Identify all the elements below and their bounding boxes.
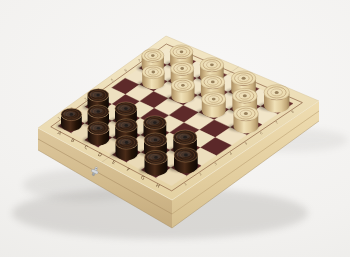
piece-gloss	[203, 78, 217, 84]
piece-gloss	[204, 95, 218, 101]
piece-gloss	[90, 125, 103, 130]
piece-gloss	[117, 105, 130, 111]
piece-gloss	[236, 110, 251, 116]
piece-gloss	[146, 136, 160, 142]
piece-gloss	[90, 108, 103, 113]
piece-gloss	[118, 122, 131, 128]
piece-gloss	[267, 88, 282, 94]
piece-gloss	[176, 151, 190, 157]
photo-stage: A11B22C33D44E55F66G77H88	[0, 0, 350, 257]
piece-gloss	[234, 74, 249, 80]
checkers-board-photo: A11B22C33D44E55F66G77H88	[0, 0, 350, 257]
piece-gloss	[118, 139, 131, 145]
piece-gloss	[90, 92, 103, 97]
piece-gloss	[144, 69, 157, 75]
piece-gloss	[144, 52, 157, 58]
piece-gloss	[172, 48, 186, 54]
piece-gloss	[173, 65, 187, 71]
piece-gloss	[202, 61, 216, 67]
piece-gloss	[146, 119, 160, 125]
piece-gloss	[176, 134, 190, 140]
piece-gloss	[235, 92, 250, 98]
piece-gloss	[63, 111, 75, 116]
piece-gloss	[174, 82, 188, 88]
piece-gloss	[147, 154, 161, 160]
